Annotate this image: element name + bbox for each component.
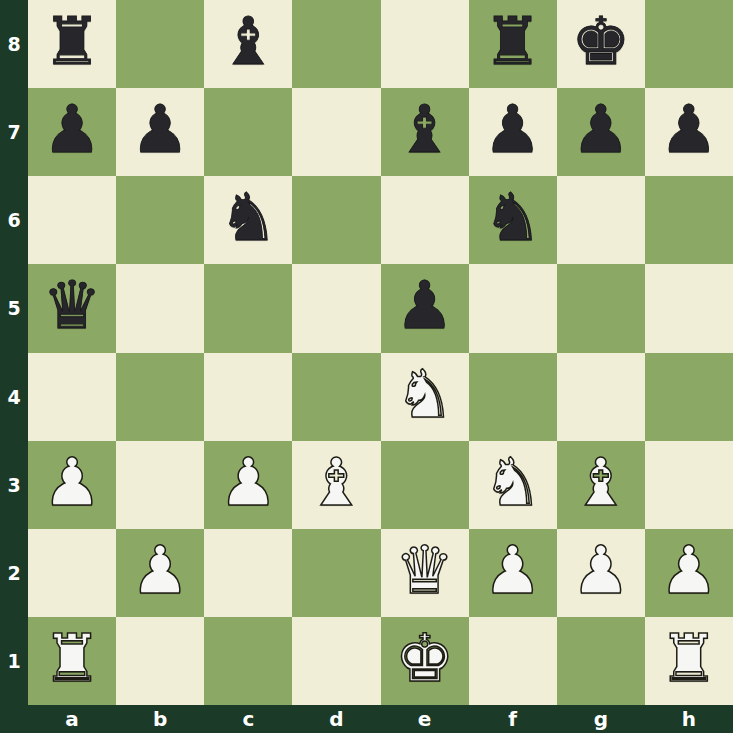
square-h4[interactable] xyxy=(645,353,733,441)
file-label-b: b xyxy=(116,705,204,733)
file-label-d: d xyxy=(292,705,380,733)
white-pawn[interactable]: ♟ xyxy=(42,450,101,516)
file-label-f: f xyxy=(469,705,557,733)
black-rook[interactable]: ♜ xyxy=(483,9,542,75)
chess-board: 8♜♝♜♚7♟♟♝♟♟♟6♞♞5♛♟4♞3♟♟♝♞♝2♟♛♟♟♟1♜♚♜abcd… xyxy=(0,0,733,733)
square-b8[interactable] xyxy=(116,0,204,88)
square-d2[interactable] xyxy=(292,529,380,617)
rank-label-7: 7 xyxy=(0,88,28,176)
rank-label-4: 4 xyxy=(0,353,28,441)
square-a8[interactable]: ♜ xyxy=(28,0,116,88)
square-f8[interactable]: ♜ xyxy=(469,0,557,88)
square-g3[interactable]: ♝ xyxy=(557,441,645,529)
square-h6[interactable] xyxy=(645,176,733,264)
square-d4[interactable] xyxy=(292,353,380,441)
square-h2[interactable]: ♟ xyxy=(645,529,733,617)
square-b7[interactable]: ♟ xyxy=(116,88,204,176)
square-g8[interactable]: ♚ xyxy=(557,0,645,88)
black-knight[interactable]: ♞ xyxy=(219,185,278,251)
square-e3[interactable] xyxy=(381,441,469,529)
square-e4[interactable]: ♞ xyxy=(381,353,469,441)
square-g4[interactable] xyxy=(557,353,645,441)
black-bishop[interactable]: ♝ xyxy=(395,97,454,163)
white-bishop[interactable]: ♝ xyxy=(571,450,630,516)
square-d5[interactable] xyxy=(292,264,380,352)
white-pawn[interactable]: ♟ xyxy=(571,538,630,604)
square-d3[interactable]: ♝ xyxy=(292,441,380,529)
square-f7[interactable]: ♟ xyxy=(469,88,557,176)
square-a2[interactable] xyxy=(28,529,116,617)
file-label-h: h xyxy=(645,705,733,733)
square-c5[interactable] xyxy=(204,264,292,352)
black-pawn[interactable]: ♟ xyxy=(483,97,542,163)
white-pawn[interactable]: ♟ xyxy=(219,450,278,516)
square-e1[interactable]: ♚ xyxy=(381,617,469,705)
square-h1[interactable]: ♜ xyxy=(645,617,733,705)
rank-label-1: 1 xyxy=(0,617,28,705)
square-e2[interactable]: ♛ xyxy=(381,529,469,617)
square-h3[interactable] xyxy=(645,441,733,529)
square-g5[interactable] xyxy=(557,264,645,352)
white-king[interactable]: ♚ xyxy=(395,626,454,692)
square-c4[interactable] xyxy=(204,353,292,441)
square-b2[interactable]: ♟ xyxy=(116,529,204,617)
white-queen[interactable]: ♛ xyxy=(395,538,454,604)
square-g6[interactable] xyxy=(557,176,645,264)
black-pawn[interactable]: ♟ xyxy=(42,97,101,163)
square-d8[interactable] xyxy=(292,0,380,88)
rank-label-3: 3 xyxy=(0,441,28,529)
rank-label-6: 6 xyxy=(0,176,28,264)
square-d6[interactable] xyxy=(292,176,380,264)
square-c3[interactable]: ♟ xyxy=(204,441,292,529)
rank-label-8: 8 xyxy=(0,0,28,88)
square-h7[interactable]: ♟ xyxy=(645,88,733,176)
square-b4[interactable] xyxy=(116,353,204,441)
white-pawn[interactable]: ♟ xyxy=(483,538,542,604)
square-g1[interactable] xyxy=(557,617,645,705)
white-bishop[interactable]: ♝ xyxy=(307,450,366,516)
rank-label-5: 5 xyxy=(0,264,28,352)
square-c1[interactable] xyxy=(204,617,292,705)
square-h5[interactable] xyxy=(645,264,733,352)
square-f5[interactable] xyxy=(469,264,557,352)
white-rook[interactable]: ♜ xyxy=(42,626,101,692)
square-e5[interactable]: ♟ xyxy=(381,264,469,352)
square-a7[interactable]: ♟ xyxy=(28,88,116,176)
square-c2[interactable] xyxy=(204,529,292,617)
square-f1[interactable] xyxy=(469,617,557,705)
square-b3[interactable] xyxy=(116,441,204,529)
black-queen[interactable]: ♛ xyxy=(42,273,101,339)
square-h8[interactable] xyxy=(645,0,733,88)
white-knight[interactable]: ♞ xyxy=(395,362,454,428)
black-pawn[interactable]: ♟ xyxy=(395,273,454,339)
file-label-g: g xyxy=(557,705,645,733)
square-a6[interactable] xyxy=(28,176,116,264)
white-pawn[interactable]: ♟ xyxy=(131,538,190,604)
black-knight[interactable]: ♞ xyxy=(483,185,542,251)
board-border-corner xyxy=(0,705,28,733)
square-b6[interactable] xyxy=(116,176,204,264)
square-d1[interactable] xyxy=(292,617,380,705)
square-f3[interactable]: ♞ xyxy=(469,441,557,529)
square-c8[interactable]: ♝ xyxy=(204,0,292,88)
square-d7[interactable] xyxy=(292,88,380,176)
black-pawn[interactable]: ♟ xyxy=(659,97,718,163)
square-g2[interactable]: ♟ xyxy=(557,529,645,617)
square-a1[interactable]: ♜ xyxy=(28,617,116,705)
black-pawn[interactable]: ♟ xyxy=(571,97,630,163)
square-f6[interactable]: ♞ xyxy=(469,176,557,264)
square-a4[interactable] xyxy=(28,353,116,441)
white-knight[interactable]: ♞ xyxy=(483,450,542,516)
square-a3[interactable]: ♟ xyxy=(28,441,116,529)
file-label-a: a xyxy=(28,705,116,733)
rank-label-2: 2 xyxy=(0,529,28,617)
black-rook[interactable]: ♜ xyxy=(42,9,101,75)
black-king[interactable]: ♚ xyxy=(571,9,630,75)
file-label-e: e xyxy=(381,705,469,733)
square-e6[interactable] xyxy=(381,176,469,264)
black-bishop[interactable]: ♝ xyxy=(219,9,278,75)
square-e7[interactable]: ♝ xyxy=(381,88,469,176)
square-c7[interactable] xyxy=(204,88,292,176)
square-b5[interactable] xyxy=(116,264,204,352)
square-b1[interactable] xyxy=(116,617,204,705)
white-pawn[interactable]: ♟ xyxy=(659,538,718,604)
black-pawn[interactable]: ♟ xyxy=(131,97,190,163)
square-c6[interactable]: ♞ xyxy=(204,176,292,264)
square-e8[interactable] xyxy=(381,0,469,88)
square-a5[interactable]: ♛ xyxy=(28,264,116,352)
square-f4[interactable] xyxy=(469,353,557,441)
file-label-c: c xyxy=(204,705,292,733)
white-rook[interactable]: ♜ xyxy=(659,626,718,692)
square-f2[interactable]: ♟ xyxy=(469,529,557,617)
square-g7[interactable]: ♟ xyxy=(557,88,645,176)
